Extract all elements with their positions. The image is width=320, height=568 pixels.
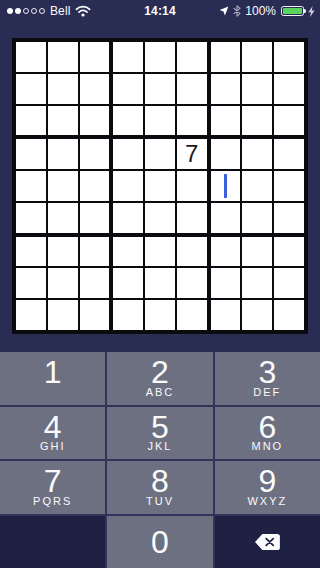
carrier-label: Bell [50, 4, 70, 18]
key-8[interactable]: 8TUV [107, 461, 212, 514]
sudoku-cell-r5c5[interactable] [145, 171, 175, 201]
sudoku-cell-r3c1[interactable] [16, 106, 46, 136]
sudoku-cell-r7c6[interactable] [177, 237, 207, 267]
sudoku-box [16, 42, 109, 135]
sudoku-cell-r6c4[interactable] [113, 203, 143, 233]
sudoku-cell-r4c4[interactable] [113, 139, 143, 169]
sudoku-cell-r5c4[interactable] [113, 171, 143, 201]
key-4[interactable]: 4GHI [0, 407, 105, 460]
sudoku-cell-r3c2[interactable] [48, 106, 78, 136]
key-digit-label: 8 [107, 465, 212, 497]
bluetooth-icon [233, 5, 241, 17]
sudoku-cell-r3c4[interactable] [113, 106, 143, 136]
sudoku-box: 7 [113, 139, 206, 232]
sudoku-cell-r2c9[interactable] [274, 74, 304, 104]
sudoku-cell-r2c5[interactable] [145, 74, 175, 104]
backspace-key[interactable] [215, 516, 320, 568]
sudoku-cell-r8c1[interactable] [16, 268, 46, 298]
wifi-icon [75, 5, 91, 17]
sudoku-cell-r7c2[interactable] [48, 237, 78, 267]
sudoku-cell-r9c5[interactable] [145, 300, 175, 330]
sudoku-cell-r9c8[interactable] [242, 300, 272, 330]
sudoku-box [211, 237, 304, 330]
key-digit-label: 7 [0, 465, 105, 497]
key-5[interactable]: 5JKL [107, 407, 212, 460]
sudoku-box [113, 237, 206, 330]
sudoku-cell-r9c9[interactable] [274, 300, 304, 330]
sudoku-cell-r8c5[interactable] [145, 268, 175, 298]
sudoku-cell-r8c8[interactable] [242, 268, 272, 298]
key-digit-label: 2 [107, 356, 212, 388]
sudoku-cell-r4c3[interactable] [80, 139, 110, 169]
sudoku-cell-r6c2[interactable] [48, 203, 78, 233]
sudoku-cell-r9c1[interactable] [16, 300, 46, 330]
sudoku-cell-r7c1[interactable] [16, 237, 46, 267]
keypad-blank [0, 516, 105, 568]
key-letters-label: DEF [215, 386, 320, 398]
sudoku-cell-r1c1[interactable] [16, 42, 46, 72]
sudoku-cell-r6c3[interactable] [80, 203, 110, 233]
cell-digit: 7 [185, 142, 198, 166]
sudoku-cell-r9c3[interactable] [80, 300, 110, 330]
sudoku-cell-r8c2[interactable] [48, 268, 78, 298]
sudoku-cell-r2c1[interactable] [16, 74, 46, 104]
sudoku-cell-r2c3[interactable] [80, 74, 110, 104]
key-digit-label: 0 [107, 526, 212, 558]
signal-dot [39, 8, 45, 14]
sudoku-cell-r6c6[interactable] [177, 203, 207, 233]
key-digit-label: 1 [0, 356, 105, 388]
number-keypad: 12ABC3DEF4GHI5JKL6MNO7PQRS8TUV9WXYZ0 [0, 352, 320, 568]
sudoku-cell-r7c5[interactable] [145, 237, 175, 267]
sudoku-cell-r5c8[interactable] [242, 171, 272, 201]
battery-icon [281, 6, 304, 16]
sudoku-cell-r3c5[interactable] [145, 106, 175, 136]
battery-nub [304, 9, 306, 13]
sudoku-cell-r8c3[interactable] [80, 268, 110, 298]
sudoku-cell-r4c1[interactable] [16, 139, 46, 169]
sudoku-cell-r1c6[interactable] [177, 42, 207, 72]
signal-dot [31, 8, 37, 14]
sudoku-cell-r5c7[interactable] [211, 171, 241, 201]
sudoku-cell-r3c9[interactable] [274, 106, 304, 136]
sudoku-cell-r5c2[interactable] [48, 171, 78, 201]
sudoku-cell-r6c1[interactable] [16, 203, 46, 233]
sudoku-cell-r6c8[interactable] [242, 203, 272, 233]
key-2[interactable]: 2ABC [107, 352, 212, 405]
sudoku-cell-r1c5[interactable] [145, 42, 175, 72]
sudoku-cell-r2c4[interactable] [113, 74, 143, 104]
sudoku-box [211, 139, 304, 232]
location-arrow-icon [219, 6, 229, 16]
backspace-icon [254, 533, 281, 551]
sudoku-cell-r7c3[interactable] [80, 237, 110, 267]
sudoku-cell-r2c8[interactable] [242, 74, 272, 104]
sudoku-cell-r9c4[interactable] [113, 300, 143, 330]
status-bar: Bell 14:14 100% [0, 0, 320, 21]
key-digit-label: 5 [107, 411, 212, 443]
key-1[interactable]: 1 [0, 352, 105, 405]
battery-fill [283, 8, 302, 14]
phone-screen: Bell 14:14 100% [0, 0, 320, 568]
sudoku-cell-r8c6[interactable] [177, 268, 207, 298]
sudoku-cell-r6c9[interactable] [274, 203, 304, 233]
sudoku-cell-r8c4[interactable] [113, 268, 143, 298]
sudoku-cell-r7c7[interactable] [211, 237, 241, 267]
sudoku-box [16, 139, 109, 232]
sudoku-cell-r9c7[interactable] [211, 300, 241, 330]
sudoku-cell-r3c6[interactable] [177, 106, 207, 136]
sudoku-cell-r6c7[interactable] [211, 203, 241, 233]
sudoku-cell-r3c3[interactable] [80, 106, 110, 136]
sudoku-cell-r4c9[interactable] [274, 139, 304, 169]
key-7[interactable]: 7PQRS [0, 461, 105, 514]
key-letters-label: MNO [215, 440, 320, 452]
key-3[interactable]: 3DEF [215, 352, 320, 405]
sudoku-cell-r1c3[interactable] [80, 42, 110, 72]
signal-dot [15, 8, 21, 14]
key-digit-label: 3 [215, 356, 320, 388]
key-letters-label: PQRS [0, 495, 105, 507]
sudoku-cell-r3c8[interactable] [242, 106, 272, 136]
sudoku-cell-r1c4[interactable] [113, 42, 143, 72]
key-letters-label: TUV [107, 495, 212, 507]
sudoku-cell-r6c5[interactable] [145, 203, 175, 233]
sudoku-cell-r7c4[interactable] [113, 237, 143, 267]
sudoku-cell-r1c9[interactable] [274, 42, 304, 72]
sudoku-cell-r5c3[interactable] [80, 171, 110, 201]
sudoku-box [16, 237, 109, 330]
sudoku-cell-r8c9[interactable] [274, 268, 304, 298]
sudoku-cell-r5c1[interactable] [16, 171, 46, 201]
sudoku-cell-r5c9[interactable] [274, 171, 304, 201]
key-digit-label: 4 [0, 411, 105, 443]
key-letters-label: JKL [107, 440, 212, 452]
key-digit-label: 9 [215, 465, 320, 497]
sudoku-cell-r8c7[interactable] [211, 268, 241, 298]
sudoku-box [211, 42, 304, 135]
sudoku-cell-r1c2[interactable] [48, 42, 78, 72]
key-letters-label: GHI [0, 440, 105, 452]
sudoku-cell-r3c7[interactable] [211, 106, 241, 136]
sudoku-cell-r1c8[interactable] [242, 42, 272, 72]
key-9[interactable]: 9WXYZ [215, 461, 320, 514]
key-0[interactable]: 0 [107, 516, 212, 568]
sudoku-cell-r4c8[interactable] [242, 139, 272, 169]
key-letters-label: WXYZ [215, 495, 320, 507]
signal-strength-icon [7, 8, 45, 14]
key-digit-label: 6 [215, 411, 320, 443]
battery-percent-label: 100% [245, 4, 276, 18]
status-bar-left: Bell [7, 4, 91, 18]
sudoku-cell-r2c2[interactable] [48, 74, 78, 104]
status-bar-right: 100% [219, 4, 315, 18]
sudoku-cell-r4c6[interactable]: 7 [177, 139, 207, 169]
signal-dot [7, 8, 13, 14]
sudoku-cell-r4c5[interactable] [145, 139, 175, 169]
sudoku-cell-r9c6[interactable] [177, 300, 207, 330]
key-letters-label: ABC [107, 386, 212, 398]
sudoku-cell-r9c2[interactable] [48, 300, 78, 330]
sudoku-board: 7 [12, 38, 308, 334]
sudoku-cell-r2c7[interactable] [211, 74, 241, 104]
signal-dot [23, 8, 29, 14]
key-6[interactable]: 6MNO [215, 407, 320, 460]
charging-bolt-icon [308, 6, 315, 17]
sudoku-cell-r5c6[interactable] [177, 171, 207, 201]
sudoku-cell-r4c7[interactable] [211, 139, 241, 169]
text-cursor [224, 174, 227, 198]
sudoku-cell-r2c6[interactable] [177, 74, 207, 104]
sudoku-cell-r4c2[interactable] [48, 139, 78, 169]
sudoku-box [113, 42, 206, 135]
sudoku-cell-r1c7[interactable] [211, 42, 241, 72]
sudoku-cell-r7c9[interactable] [274, 237, 304, 267]
sudoku-cell-r7c8[interactable] [242, 237, 272, 267]
